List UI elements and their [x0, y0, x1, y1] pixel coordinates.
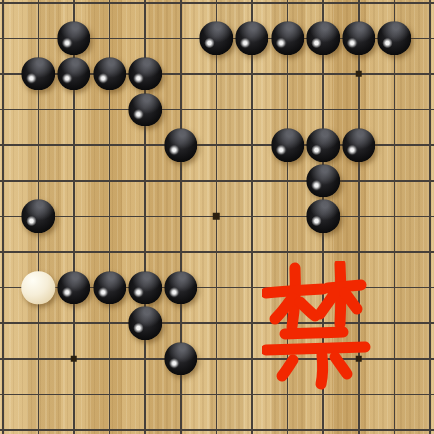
black-stone	[164, 271, 198, 305]
intersection-r5-c1[interactable]	[21, 163, 57, 199]
intersection-r7-c6[interactable]	[199, 234, 235, 270]
black-stone	[164, 128, 198, 162]
intersection-r1-c2[interactable]	[56, 21, 92, 57]
intersection-r3-c7[interactable]	[234, 92, 270, 128]
intersection-r4-c2[interactable]	[56, 127, 92, 163]
intersection-r1-c5[interactable]	[163, 21, 199, 57]
intersection-r1-c10[interactable]	[341, 21, 377, 57]
intersection-r9-c6[interactable]	[199, 305, 235, 341]
intersection-r11-c3[interactable]	[92, 377, 128, 413]
intersection-r8-c3[interactable]	[92, 270, 128, 306]
intersection-r8-c8[interactable]	[270, 270, 306, 306]
intersection-r8-c5[interactable]	[163, 270, 199, 306]
intersection-r4-c3[interactable]	[92, 127, 128, 163]
black-stone	[93, 57, 127, 91]
intersection-r12-c8[interactable]	[270, 412, 306, 434]
intersection-r3-c5[interactable]	[163, 92, 199, 128]
intersection-r5-c9[interactable]	[305, 163, 341, 199]
intersection-r7-c3[interactable]	[92, 234, 128, 270]
intersection-r10-c4[interactable]	[127, 341, 163, 377]
intersection-r10-c3[interactable]	[92, 341, 128, 377]
intersection-r12-c6[interactable]	[199, 412, 235, 434]
black-stone	[306, 200, 340, 234]
intersection-r9-c2[interactable]	[56, 305, 92, 341]
intersection-r6-c1[interactable]	[21, 199, 57, 235]
star-point	[213, 213, 220, 220]
intersection-r11-c6[interactable]	[199, 377, 235, 413]
intersection-r8-c10[interactable]	[341, 270, 377, 306]
intersection-r10-c2[interactable]	[56, 341, 92, 377]
intersection-r6-c10[interactable]	[341, 199, 377, 235]
intersection-r9-c5[interactable]	[163, 305, 199, 341]
intersection-r1-c0[interactable]	[0, 21, 21, 57]
intersection-r12-c4[interactable]	[127, 412, 163, 434]
intersection-r12-c10[interactable]	[341, 412, 377, 434]
intersection-r12-c3[interactable]	[92, 412, 128, 434]
intersection-r10-c7[interactable]	[234, 341, 270, 377]
intersection-r5-c11[interactable]	[377, 163, 413, 199]
intersection-r12-c1[interactable]	[21, 412, 57, 434]
intersection-r10-c5[interactable]	[163, 341, 199, 377]
intersection-r7-c12[interactable]	[412, 234, 434, 270]
black-stone	[22, 57, 56, 91]
black-stone	[128, 306, 162, 340]
intersection-r6-c4[interactable]	[127, 199, 163, 235]
black-stone	[128, 271, 162, 305]
intersection-r3-c8[interactable]	[270, 92, 306, 128]
intersection-r5-c8[interactable]	[270, 163, 306, 199]
intersection-r5-c6[interactable]	[199, 163, 235, 199]
intersection-r4-c10[interactable]	[341, 127, 377, 163]
intersection-r2-c2[interactable]	[56, 56, 92, 92]
intersection-r0-c3[interactable]	[92, 0, 128, 21]
black-stone	[200, 22, 234, 56]
intersection-r0-c4[interactable]	[127, 0, 163, 21]
intersection-r11-c5[interactable]	[163, 377, 199, 413]
intersection-r12-c12[interactable]	[412, 412, 434, 434]
intersection-r9-c1[interactable]	[21, 305, 57, 341]
intersection-r5-c2[interactable]	[56, 163, 92, 199]
black-stone	[57, 22, 91, 56]
intersection-r4-c12[interactable]	[412, 127, 434, 163]
intersection-r5-c5[interactable]	[163, 163, 199, 199]
black-stone	[271, 128, 305, 162]
black-stone	[306, 128, 340, 162]
intersection-r9-c8[interactable]	[270, 305, 306, 341]
intersection-r3-c0[interactable]	[0, 92, 21, 128]
intersection-r1-c7[interactable]	[234, 21, 270, 57]
intersection-r0-c10[interactable]	[341, 0, 377, 21]
intersection-r3-c6[interactable]	[199, 92, 235, 128]
intersection-r9-c0[interactable]	[0, 305, 21, 341]
intersection-r4-c7[interactable]	[234, 127, 270, 163]
intersection-r10-c10[interactable]	[341, 341, 377, 377]
intersection-r9-c3[interactable]	[92, 305, 128, 341]
black-stone	[128, 93, 162, 127]
intersection-r11-c2[interactable]	[56, 377, 92, 413]
black-stone	[306, 22, 340, 56]
intersection-r0-c2[interactable]	[56, 0, 92, 21]
intersection-r0-c1[interactable]	[21, 0, 57, 21]
intersection-r2-c3[interactable]	[92, 56, 128, 92]
intersection-r12-c5[interactable]	[163, 412, 199, 434]
intersection-r11-c1[interactable]	[21, 377, 57, 413]
intersection-r6-c11[interactable]	[377, 199, 413, 235]
intersection-r8-c11[interactable]	[377, 270, 413, 306]
intersection-r11-c4[interactable]	[127, 377, 163, 413]
intersection-r7-c5[interactable]	[163, 234, 199, 270]
intersection-r12-c11[interactable]	[377, 412, 413, 434]
intersection-r11-c11[interactable]	[377, 377, 413, 413]
intersection-r10-c12[interactable]	[412, 341, 434, 377]
intersection-r2-c0[interactable]	[0, 56, 21, 92]
black-stone	[271, 22, 305, 56]
intersection-r1-c12[interactable]	[412, 21, 434, 57]
intersection-r5-c4[interactable]	[127, 163, 163, 199]
intersection-r8-c7[interactable]	[234, 270, 270, 306]
intersection-r6-c7[interactable]	[234, 199, 270, 235]
black-stone	[235, 22, 269, 56]
intersection-r0-c6[interactable]	[199, 0, 235, 21]
intersection-r6-c9[interactable]	[305, 199, 341, 235]
intersection-r2-c8[interactable]	[270, 56, 306, 92]
intersection-r3-c3[interactable]	[92, 92, 128, 128]
star-point	[71, 355, 78, 362]
intersection-r1-c1[interactable]	[21, 21, 57, 57]
intersection-r10-c1[interactable]	[21, 341, 57, 377]
intersection-r9-c11[interactable]	[377, 305, 413, 341]
intersection-r5-c12[interactable]	[412, 163, 434, 199]
intersection-r6-c8[interactable]	[270, 199, 306, 235]
intersection-r4-c6[interactable]	[199, 127, 235, 163]
intersection-r2-c1[interactable]	[21, 56, 57, 92]
intersection-r3-c9[interactable]	[305, 92, 341, 128]
intersection-r12-c0[interactable]	[0, 412, 21, 434]
intersection-r2-c11[interactable]	[377, 56, 413, 92]
intersection-r0-c0[interactable]	[0, 0, 21, 21]
intersection-r6-c12[interactable]	[412, 199, 434, 235]
intersection-r8-c4[interactable]	[127, 270, 163, 306]
intersection-r3-c4[interactable]	[127, 92, 163, 128]
intersection-r4-c11[interactable]	[377, 127, 413, 163]
intersection-r0-c8[interactable]	[270, 0, 306, 21]
intersection-r2-c12[interactable]	[412, 56, 434, 92]
intersection-r0-c9[interactable]	[305, 0, 341, 21]
intersection-r8-c2[interactable]	[56, 270, 92, 306]
intersection-r3-c11[interactable]	[377, 92, 413, 128]
intersection-r8-c6[interactable]	[199, 270, 235, 306]
intersection-r4-c4[interactable]	[127, 127, 163, 163]
intersection-r10-c9[interactable]	[305, 341, 341, 377]
intersection-r7-c7[interactable]	[234, 234, 270, 270]
intersection-r3-c2[interactable]	[56, 92, 92, 128]
intersection-r10-c11[interactable]	[377, 341, 413, 377]
black-stone	[306, 164, 340, 198]
intersection-r2-c10[interactable]	[341, 56, 377, 92]
intersection-r3-c1[interactable]	[21, 92, 57, 128]
intersection-r7-c9[interactable]	[305, 234, 341, 270]
intersection-r8-c9[interactable]	[305, 270, 341, 306]
intersection-r10-c0[interactable]	[0, 341, 21, 377]
intersection-r7-c8[interactable]	[270, 234, 306, 270]
intersection-r12-c2[interactable]	[56, 412, 92, 434]
intersection-r1-c4[interactable]	[127, 21, 163, 57]
intersection-r3-c12[interactable]	[412, 92, 434, 128]
intersection-r2-c6[interactable]	[199, 56, 235, 92]
intersection-r4-c8[interactable]	[270, 127, 306, 163]
intersection-r7-c4[interactable]	[127, 234, 163, 270]
intersection-r11-c10[interactable]	[341, 377, 377, 413]
intersection-r1-c6[interactable]	[199, 21, 235, 57]
intersection-r8-c1[interactable]	[21, 270, 57, 306]
intersection-r11-c9[interactable]	[305, 377, 341, 413]
intersection-r2-c7[interactable]	[234, 56, 270, 92]
intersection-r10-c6[interactable]	[199, 341, 235, 377]
intersection-r7-c11[interactable]	[377, 234, 413, 270]
intersection-r1-c9[interactable]	[305, 21, 341, 57]
intersection-r0-c12[interactable]	[412, 0, 434, 21]
intersection-r3-c10[interactable]	[341, 92, 377, 128]
intersection-r6-c2[interactable]	[56, 199, 92, 235]
intersection-r6-c3[interactable]	[92, 199, 128, 235]
intersection-r8-c0[interactable]	[0, 270, 21, 306]
star-point	[355, 355, 362, 362]
intersection-r5-c10[interactable]	[341, 163, 377, 199]
black-stone	[93, 271, 127, 305]
intersection-r6-c6[interactable]	[199, 199, 235, 235]
app-screen: 禁	[0, 0, 434, 434]
intersection-r9-c12[interactable]	[412, 305, 434, 341]
intersection-r9-c4[interactable]	[127, 305, 163, 341]
intersection-r2-c9[interactable]	[305, 56, 341, 92]
intersection-r11-c7[interactable]	[234, 377, 270, 413]
intersection-r9-c7[interactable]	[234, 305, 270, 341]
intersection-r4-c9[interactable]	[305, 127, 341, 163]
intersection-r9-c9[interactable]	[305, 305, 341, 341]
intersection-r4-c0[interactable]	[0, 127, 21, 163]
intersection-r12-c7[interactable]	[234, 412, 270, 434]
intersection-r2-c4[interactable]	[127, 56, 163, 92]
intersection-r11-c12[interactable]	[412, 377, 434, 413]
intersection-r2-c5[interactable]	[163, 56, 199, 92]
intersection-r9-c10[interactable]	[341, 305, 377, 341]
intersection-r7-c10[interactable]	[341, 234, 377, 270]
intersection-r7-c0[interactable]	[0, 234, 21, 270]
intersection-r11-c8[interactable]	[270, 377, 306, 413]
intersection-r1-c8[interactable]	[270, 21, 306, 57]
intersection-r4-c5[interactable]	[163, 127, 199, 163]
black-stone	[342, 128, 376, 162]
intersection-r10-c8[interactable]	[270, 341, 306, 377]
black-stone	[378, 22, 412, 56]
intersection-r5-c0[interactable]	[0, 163, 21, 199]
intersection-r8-c12[interactable]	[412, 270, 434, 306]
black-stone	[57, 57, 91, 91]
black-stone	[128, 57, 162, 91]
black-stone	[22, 200, 56, 234]
intersection-r1-c11[interactable]	[377, 21, 413, 57]
intersection-r0-c11[interactable]	[377, 0, 413, 21]
black-stone	[57, 271, 91, 305]
intersection-r12-c9[interactable]	[305, 412, 341, 434]
intersection-r7-c1[interactable]	[21, 234, 57, 270]
intersection-r11-c0[interactable]	[0, 377, 21, 413]
intersection-r6-c5[interactable]	[163, 199, 199, 235]
intersection-r6-c0[interactable]	[0, 199, 21, 235]
gomoku-board	[0, 0, 434, 434]
black-stone	[342, 22, 376, 56]
intersection-r0-c5[interactable]	[163, 0, 199, 21]
intersection-r7-c2[interactable]	[56, 234, 92, 270]
white-stone	[22, 271, 56, 305]
black-stone	[164, 342, 198, 376]
intersection-r5-c3[interactable]	[92, 163, 128, 199]
intersection-r1-c3[interactable]	[92, 21, 128, 57]
intersection-r0-c7[interactable]	[234, 0, 270, 21]
intersection-r5-c7[interactable]	[234, 163, 270, 199]
intersection-r4-c1[interactable]	[21, 127, 57, 163]
star-point	[355, 71, 362, 78]
